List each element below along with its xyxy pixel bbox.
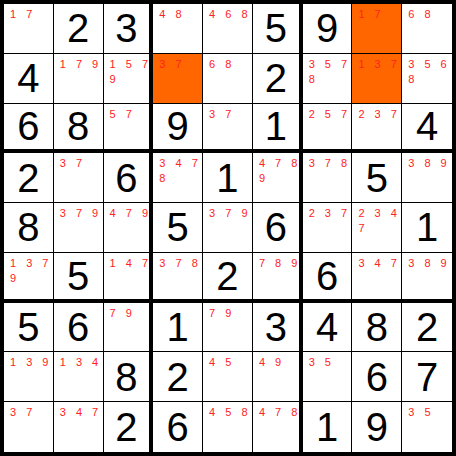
cell-r7c7[interactable]: 4 bbox=[303, 303, 353, 353]
cell-value: 6 bbox=[352, 352, 401, 401]
cell-r6c2[interactable]: 5 bbox=[54, 253, 104, 303]
cell-candidates: 4 7 8 9 bbox=[259, 156, 298, 186]
cell-candidates: 3 5 7 8 bbox=[309, 57, 351, 87]
cell-candidates: 6 8 bbox=[209, 57, 251, 72]
cell-value: 6 bbox=[54, 303, 103, 352]
cell-r8c8[interactable]: 6 bbox=[352, 352, 402, 402]
cell-r9c8[interactable]: 9 bbox=[352, 402, 402, 452]
cell-candidates: 3 5 6 8 bbox=[408, 57, 451, 87]
cell-r3c9[interactable]: 4 bbox=[402, 104, 452, 154]
cell-candidates: 3 7 bbox=[10, 405, 52, 420]
cell-r6c9[interactable]: 3 8 9 bbox=[402, 253, 452, 303]
cell-r3c8[interactable]: 2 3 7 bbox=[352, 104, 402, 154]
cell-value: 5 bbox=[153, 203, 202, 252]
cell-r7c2[interactable]: 6 bbox=[54, 303, 104, 353]
cell-r3c7[interactable]: 2 5 7 bbox=[303, 104, 353, 154]
cell-candidates: 1 5 7 9 bbox=[110, 57, 149, 87]
cell-r5c9[interactable]: 1 bbox=[402, 203, 452, 253]
cell-r2c2[interactable]: 1 7 9 bbox=[54, 54, 104, 104]
cell-candidates: 7 9 bbox=[110, 306, 149, 321]
cell-r2c9[interactable]: 3 5 6 8 bbox=[402, 54, 452, 104]
cell-value: 2 bbox=[402, 303, 452, 352]
cell-r8c4[interactable]: 2 bbox=[153, 352, 203, 402]
cell-value: 6 bbox=[153, 402, 202, 452]
cell-r5c1[interactable]: 8 bbox=[4, 203, 54, 253]
cell-r2c1[interactable]: 4 bbox=[4, 54, 54, 104]
cell-r9c5[interactable]: 4 5 8 bbox=[203, 402, 253, 452]
cell-value: 8 bbox=[104, 352, 150, 401]
cell-r8c1[interactable]: 1 3 9 bbox=[4, 352, 54, 402]
cell-value: 6 bbox=[104, 153, 150, 202]
cell-candidates: 2 3 7 bbox=[358, 107, 400, 122]
cell-candidates: 7 8 9 bbox=[259, 256, 298, 271]
cell-r5c5[interactable]: 3 7 9 bbox=[203, 203, 253, 253]
cell-r1c3[interactable]: 3 bbox=[104, 4, 154, 54]
cell-candidates: 4 8 bbox=[159, 7, 201, 22]
cell-r5c3[interactable]: 4 7 9 bbox=[104, 203, 154, 253]
cell-r7c8[interactable]: 8 bbox=[352, 303, 402, 353]
cell-r8c5[interactable]: 4 5 bbox=[203, 352, 253, 402]
cell-value: 4 bbox=[4, 54, 53, 103]
cell-r5c7[interactable]: 2 3 7 bbox=[303, 203, 353, 253]
cell-candidates: 3 7 8 bbox=[309, 156, 351, 171]
cell-r9c9[interactable]: 3 5 bbox=[402, 402, 452, 452]
cell-candidates: 3 8 9 bbox=[408, 156, 451, 171]
cell-value: 8 bbox=[4, 203, 53, 252]
cell-value: 5 bbox=[253, 4, 299, 53]
cell-r6c5[interactable]: 2 bbox=[203, 253, 253, 303]
cell-r3c3[interactable]: 5 7 bbox=[104, 104, 154, 154]
cell-value: 8 bbox=[54, 104, 103, 150]
sudoku-board: 1 7234 84 6 8591 76 841 7 91 5 7 93 76 8… bbox=[0, 0, 456, 456]
cell-candidates: 2 3 4 7 bbox=[358, 206, 400, 236]
cell-value: 6 bbox=[4, 104, 53, 150]
cell-r8c7[interactable]: 3 5 bbox=[303, 352, 353, 402]
cell-value: 9 bbox=[352, 402, 401, 452]
cell-value: 1 bbox=[253, 104, 299, 150]
cell-r1c7[interactable]: 9 bbox=[303, 4, 353, 54]
cell-r3c4[interactable]: 9 bbox=[153, 104, 203, 154]
cell-r9c4[interactable]: 6 bbox=[153, 402, 203, 452]
cell-r6c8[interactable]: 3 4 7 bbox=[352, 253, 402, 303]
cell-r5c6[interactable]: 6 bbox=[253, 203, 303, 253]
cell-candidates: 1 3 7 9 bbox=[10, 256, 52, 286]
cell-r4c7[interactable]: 3 7 8 bbox=[303, 153, 353, 203]
cell-value: 5 bbox=[54, 253, 103, 299]
cell-r1c5[interactable]: 4 6 8 bbox=[203, 4, 253, 54]
cell-r1c8[interactable]: 1 7 bbox=[352, 4, 402, 54]
cell-value: 9 bbox=[303, 4, 352, 53]
cell-candidates: 3 4 7 bbox=[358, 256, 400, 271]
cell-r8c6[interactable]: 4 9 bbox=[253, 352, 303, 402]
cell-candidates: 1 7 9 bbox=[60, 57, 102, 72]
cell-r7c3[interactable]: 7 9 bbox=[104, 303, 154, 353]
cell-candidates: 2 5 7 bbox=[309, 107, 351, 122]
cell-r2c4[interactable]: 3 7 bbox=[153, 54, 203, 104]
cell-r7c1[interactable]: 5 bbox=[4, 303, 54, 353]
cell-r2c7[interactable]: 3 5 7 8 bbox=[303, 54, 353, 104]
cell-candidates: 6 8 bbox=[408, 7, 451, 22]
cell-r1c6[interactable]: 5 bbox=[253, 4, 303, 54]
cell-r1c9[interactable]: 6 8 bbox=[402, 4, 452, 54]
cell-value: 7 bbox=[402, 352, 452, 401]
cell-value: 2 bbox=[203, 253, 252, 299]
cell-value: 1 bbox=[303, 402, 352, 452]
cell-candidates: 4 6 8 bbox=[209, 7, 251, 22]
cell-r9c7[interactable]: 1 bbox=[303, 402, 353, 452]
cell-r5c8[interactable]: 2 3 4 7 bbox=[352, 203, 402, 253]
cell-candidates: 3 7 9 bbox=[209, 206, 251, 221]
cell-candidates: 7 9 bbox=[209, 306, 251, 321]
cell-r5c2[interactable]: 3 7 9 bbox=[54, 203, 104, 253]
cell-candidates: 5 7 bbox=[110, 107, 149, 122]
cell-r9c3[interactable]: 2 bbox=[104, 402, 154, 452]
cell-candidates: 3 4 7 bbox=[60, 405, 102, 420]
cell-r8c3[interactable]: 8 bbox=[104, 352, 154, 402]
cell-candidates: 1 4 7 bbox=[110, 256, 149, 271]
cell-r8c9[interactable]: 7 bbox=[402, 352, 452, 402]
cell-value: 4 bbox=[402, 104, 452, 150]
cell-value: 9 bbox=[153, 104, 202, 150]
cell-candidates: 1 3 7 bbox=[358, 57, 400, 72]
sudoku-app: 1 7234 84 6 8591 76 841 7 91 5 7 93 76 8… bbox=[0, 0, 456, 456]
cell-r9c2[interactable]: 3 4 7 bbox=[54, 402, 104, 452]
cell-r7c9[interactable]: 2 bbox=[402, 303, 452, 353]
cell-r1c1[interactable]: 1 7 bbox=[4, 4, 54, 54]
cell-value: 5 bbox=[4, 303, 53, 352]
cell-value: 3 bbox=[104, 4, 150, 53]
cell-candidates: 3 7 bbox=[60, 156, 102, 171]
cell-r4c1[interactable]: 2 bbox=[4, 153, 54, 203]
cell-r4c3[interactable]: 6 bbox=[104, 153, 154, 203]
cell-candidates: 2 3 7 bbox=[309, 206, 351, 221]
cell-candidates: 3 8 9 bbox=[408, 256, 451, 271]
cell-candidates: 1 3 4 bbox=[60, 355, 102, 370]
cell-r4c6[interactable]: 4 7 8 9 bbox=[253, 153, 303, 203]
cell-candidates: 3 5 bbox=[408, 405, 451, 420]
cell-value: 3 bbox=[253, 303, 299, 352]
cell-r3c5[interactable]: 3 7 bbox=[203, 104, 253, 154]
cell-r9c6[interactable]: 4 7 8 bbox=[253, 402, 303, 452]
cell-r6c3[interactable]: 1 4 7 bbox=[104, 253, 154, 303]
cell-r7c5[interactable]: 7 9 bbox=[203, 303, 253, 353]
cell-r2c3[interactable]: 1 5 7 9 bbox=[104, 54, 154, 104]
cell-candidates: 4 7 9 bbox=[110, 206, 149, 221]
cell-value: 2 bbox=[4, 153, 53, 202]
cell-candidates: 1 7 bbox=[358, 7, 400, 22]
cell-r4c2[interactable]: 3 7 bbox=[54, 153, 104, 203]
cell-value: 6 bbox=[303, 253, 352, 299]
cell-r2c8[interactable]: 1 3 7 bbox=[352, 54, 402, 104]
cell-r4c5[interactable]: 1 bbox=[203, 153, 253, 203]
cell-value: 6 bbox=[253, 203, 299, 252]
cell-value: 2 bbox=[253, 54, 299, 103]
cell-candidates: 3 7 9 bbox=[60, 206, 102, 221]
cell-r4c8[interactable]: 5 bbox=[352, 153, 402, 203]
cell-r8c2[interactable]: 1 3 4 bbox=[54, 352, 104, 402]
cell-candidates: 1 7 bbox=[10, 7, 52, 22]
cell-value: 8 bbox=[352, 303, 401, 352]
cell-r4c4[interactable]: 3 4 7 8 bbox=[153, 153, 203, 203]
cell-r6c6[interactable]: 7 8 9 bbox=[253, 253, 303, 303]
cell-candidates: 4 5 8 bbox=[209, 405, 251, 420]
cell-candidates: 4 7 8 bbox=[259, 405, 298, 420]
cell-r1c2[interactable]: 2 bbox=[54, 4, 104, 54]
cell-r3c6[interactable]: 1 bbox=[253, 104, 303, 154]
cell-value: 2 bbox=[104, 402, 150, 452]
cell-r6c7[interactable]: 6 bbox=[303, 253, 353, 303]
cell-value: 1 bbox=[153, 303, 202, 352]
cell-candidates: 3 7 8 bbox=[159, 256, 201, 271]
cell-candidates: 4 5 bbox=[209, 355, 251, 370]
cell-r4c9[interactable]: 3 8 9 bbox=[402, 153, 452, 203]
cell-candidates: 3 7 bbox=[159, 57, 201, 72]
cell-value: 1 bbox=[203, 153, 252, 202]
cell-candidates: 3 4 7 8 bbox=[159, 156, 201, 186]
cell-candidates: 3 5 bbox=[309, 355, 351, 370]
cell-r9c1[interactable]: 3 7 bbox=[4, 402, 54, 452]
cell-r3c2[interactable]: 8 bbox=[54, 104, 104, 154]
cell-value: 2 bbox=[153, 352, 202, 401]
cell-value: 5 bbox=[352, 153, 401, 202]
cell-r6c1[interactable]: 1 3 7 9 bbox=[4, 253, 54, 303]
cell-r6c4[interactable]: 3 7 8 bbox=[153, 253, 203, 303]
cell-r2c6[interactable]: 2 bbox=[253, 54, 303, 104]
cell-r5c4[interactable]: 5 bbox=[153, 203, 203, 253]
cell-value: 4 bbox=[303, 303, 352, 352]
cell-r7c4[interactable]: 1 bbox=[153, 303, 203, 353]
cell-r3c1[interactable]: 6 bbox=[4, 104, 54, 154]
cell-r2c5[interactable]: 6 8 bbox=[203, 54, 253, 104]
cell-value: 1 bbox=[402, 203, 452, 252]
cell-candidates: 3 7 bbox=[209, 107, 251, 122]
cell-value: 2 bbox=[54, 4, 103, 53]
cell-candidates: 4 9 bbox=[259, 355, 298, 370]
cell-r7c6[interactable]: 3 bbox=[253, 303, 303, 353]
cell-r1c4[interactable]: 4 8 bbox=[153, 4, 203, 54]
cell-candidates: 1 3 9 bbox=[10, 355, 52, 370]
